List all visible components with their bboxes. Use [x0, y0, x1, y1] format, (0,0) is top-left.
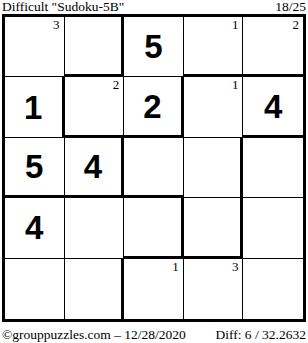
cell-r2c0[interactable]: 5: [5, 138, 65, 198]
digit-r3c0: 4: [25, 211, 43, 244]
cell-r2c1[interactable]: 4: [65, 138, 125, 198]
puzzle-counter: 18/25: [275, 0, 306, 14]
cell-r0c4[interactable]: 2: [243, 17, 303, 77]
digit-r1c0: 1: [24, 91, 42, 124]
cell-r3c4[interactable]: [243, 198, 303, 258]
cell-r1c3[interactable]: 1: [184, 77, 244, 137]
footer: ©grouppuzzles.com – 12/28/2020 Diff: 6 /…: [2, 327, 306, 342]
cell-r1c4[interactable]: 4: [243, 77, 303, 137]
digit-r1c2: 2: [143, 90, 161, 123]
cell-r3c1[interactable]: [65, 198, 125, 258]
puzzle-title: Difficult "Sudoku-5B": [2, 0, 124, 14]
cell-r4c0[interactable]: [5, 259, 65, 319]
cell-r2c2[interactable]: [124, 138, 184, 198]
difficulty-text: Diff: 6 / 32.2632: [216, 327, 307, 342]
cell-r0c0[interactable]: 3: [5, 17, 65, 77]
digit-r1c4: 4: [264, 90, 282, 123]
cell-r0c1[interactable]: [65, 17, 125, 77]
digit-r2c1: 4: [84, 150, 102, 183]
digit-r2c0: 5: [25, 150, 43, 183]
cell-r1c0[interactable]: 1: [5, 77, 65, 137]
page: Difficult "Sudoku-5B" 18/25 3 5 1 2 1: [0, 0, 308, 342]
cell-r2c4[interactable]: [243, 138, 303, 198]
digit-r0c2: 5: [144, 30, 162, 63]
cell-r0c3[interactable]: 1: [184, 17, 244, 77]
cell-r4c1[interactable]: [65, 259, 125, 319]
cell-r3c0[interactable]: 4: [5, 198, 65, 258]
pencil-mark-r4c3: 3: [232, 260, 239, 274]
cell-r2c3[interactable]: [184, 138, 244, 198]
cell-r1c2[interactable]: 2: [124, 77, 184, 137]
cell-r3c3[interactable]: [184, 198, 244, 258]
pencil-mark-r1c1: 2: [113, 78, 120, 92]
cell-r0c2[interactable]: 5: [124, 17, 184, 77]
pencil-mark-r0c0: 3: [53, 18, 60, 32]
cell-r4c3[interactable]: 3: [184, 259, 244, 319]
copyright-text: ©grouppuzzles.com – 12/28/2020: [2, 327, 186, 342]
header: Difficult "Sudoku-5B" 18/25: [2, 0, 306, 14]
sudoku-board: 3 5 1 2 1 2 2: [2, 14, 306, 322]
cell-r4c4[interactable]: [243, 259, 303, 319]
pencil-mark-r0c4: 2: [292, 18, 299, 32]
cell-r1c1[interactable]: 2: [65, 77, 125, 137]
cell-r4c2[interactable]: 1: [124, 259, 184, 319]
pencil-mark-r0c3: 1: [232, 18, 239, 32]
cell-r3c2[interactable]: [124, 198, 184, 258]
pencil-mark-r4c2: 1: [172, 260, 179, 274]
pencil-mark-r1c3: 1: [232, 78, 239, 92]
